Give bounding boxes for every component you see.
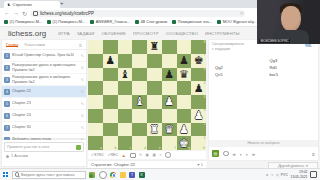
- sync-text: Синхронизировано с ведущим: [212, 42, 244, 51]
- square-h1[interactable]: 1h: [191, 136, 206, 150]
- chapter-row[interactable]: 3Разыгрывание урока в амбициях. Правило …: [2, 74, 86, 86]
- move[interactable]: [209, 56, 264, 63]
- webcam-name-label: МОИСЕЕВ БОРИС: [259, 39, 290, 43]
- comment-bubble-icon[interactable]: [130, 153, 136, 158]
- square-d6[interactable]: [132, 68, 147, 82]
- send-icon[interactable]: [76, 145, 81, 150]
- square-f8[interactable]: [162, 40, 177, 54]
- square-d5[interactable]: [132, 81, 147, 95]
- chapter-number: 5: [4, 101, 10, 107]
- chapter-number: 2: [4, 65, 10, 71]
- square-e6[interactable]: [147, 68, 162, 82]
- chapter-label: Chapter 24: [12, 113, 31, 117]
- likes-badge[interactable]: ♥ 1: [197, 162, 203, 167]
- black-king[interactable]: ♚: [194, 55, 204, 66]
- square-h4[interactable]: 4: [191, 95, 206, 109]
- chapter-list: 1Юный Ориентир Строка. Урок №10✎2Разыгры…: [2, 50, 86, 146]
- square-e8[interactable]: ♜: [147, 40, 162, 54]
- menu-icon[interactable]: ≡: [312, 151, 315, 157]
- chapter-number: 4: [4, 89, 10, 95]
- gear-icon[interactable]: [223, 151, 229, 157]
- prev-move-button[interactable]: ‹: [240, 151, 242, 157]
- square-e1[interactable]: e: [147, 136, 162, 150]
- move-list: Qg3 Qg2 Rd1 Qc5 bxc5: [209, 56, 318, 78]
- square-e3[interactable]: [147, 109, 162, 123]
- edit-pencil-icon[interactable]: ✎: [81, 53, 84, 58]
- square-c3[interactable]: [118, 109, 133, 123]
- webcam-overlay: МОИСЕЕВ БОРИС: [257, 0, 320, 44]
- white-pawn[interactable]: ♟: [164, 96, 174, 107]
- square-f2[interactable]: ♛: [162, 123, 177, 137]
- reload-icon[interactable]: ↻: [139, 153, 142, 157]
- system-tray: ∧ ⌁ ◁ РУС 19:0213.05.2021: [266, 170, 317, 178]
- book-icon[interactable]: ▤: [212, 150, 219, 157]
- rank-coordinate: 7: [204, 54, 206, 57]
- chapter-row[interactable]: 7Chapter 30✎: [2, 122, 86, 134]
- nav-tools[interactable]: ИНСТРУМЕНТЫ: [205, 31, 240, 36]
- bookmark-item[interactable]: МОО Журнал обу...: [217, 20, 256, 24]
- rank-coordinate: 1: [204, 137, 206, 140]
- square-a1[interactable]: a: [88, 136, 103, 150]
- square-b2[interactable]: [103, 123, 118, 137]
- tab-title: Стратегия: [13, 2, 32, 7]
- square-g4[interactable]: [177, 95, 192, 109]
- square-b3[interactable]: [103, 109, 118, 123]
- chat-box: Примите участие в чате 1 Аноним: [2, 140, 86, 166]
- chat-placeholder: Примите участие в чате: [7, 145, 49, 149]
- sheet-icon: [135, 20, 139, 24]
- chat-input[interactable]: Примите участие в чате: [4, 142, 84, 152]
- gear-icon[interactable]: [165, 152, 171, 158]
- tab-members[interactable]: Участники: [24, 42, 45, 47]
- white-pawn[interactable]: ♟: [179, 124, 189, 135]
- teams-icon[interactable]: T: [129, 172, 135, 178]
- cortana-icon[interactable]: [99, 171, 107, 179]
- move[interactable]: Qg3: [264, 56, 319, 63]
- pgn-icon[interactable]: ▣: [146, 153, 149, 157]
- status-bar: Ничего не выбрано: [209, 140, 318, 147]
- lichess-favicon-icon: ♞: [7, 2, 11, 7]
- square-g5[interactable]: [177, 81, 192, 95]
- member-count: 1 Аноним: [6, 154, 82, 158]
- chapter-label: Разыгрывание урока в амбициях. Правило №…: [12, 75, 79, 83]
- taskbar: Введите здесь текст для поиска T X ∧ ⌁ ◁…: [0, 168, 320, 180]
- bookmark-star-icon[interactable]: ☆: [240, 10, 244, 16]
- square-f7[interactable]: [162, 54, 177, 68]
- square-d7[interactable]: [132, 54, 147, 68]
- file-coordinate: d: [144, 147, 146, 150]
- taskbar-search[interactable]: Введите здесь текст для поиска: [12, 171, 86, 179]
- chapter-row[interactable]: 1Юный Ориентир Строка. Урок №10✎: [2, 50, 86, 62]
- square-a2[interactable]: [88, 123, 103, 137]
- square-e2[interactable]: ♜: [147, 123, 162, 137]
- sheet-icon: [217, 20, 221, 24]
- square-b5[interactable]: [103, 81, 118, 95]
- share-icon[interactable]: <: [159, 153, 161, 157]
- square-g1[interactable]: ♚g: [177, 136, 192, 150]
- square-f3[interactable]: [162, 109, 177, 123]
- lichess-logo[interactable]: lichess.org: [8, 29, 46, 38]
- tab-chapters[interactable]: Главы: [6, 42, 18, 47]
- move[interactable]: bxc5: [264, 71, 319, 78]
- chapter-row[interactable]: 2Разыгрывание урока в ориентациях. Прави…: [2, 62, 86, 74]
- browser-tab[interactable]: ♞ Стратегия: [4, 1, 60, 8]
- chapter-number: 7: [4, 125, 10, 131]
- white-king[interactable]: ♚: [179, 138, 189, 149]
- reload-button[interactable]: ↻: [22, 10, 27, 17]
- next-move-button[interactable]: ›: [246, 151, 248, 157]
- square-g7[interactable]: ♟: [177, 54, 192, 68]
- url-text: lichess.org/study/rcwbrcPP: [40, 11, 94, 16]
- black-queen[interactable]: ♛: [179, 69, 189, 80]
- action-center-icon[interactable]: [310, 171, 317, 178]
- square-e5[interactable]: [147, 81, 162, 95]
- study-toolbar: ✓SYNC ✓REC ▲ ↻ ▣ ▦ <: [88, 151, 206, 159]
- square-a4[interactable]: [88, 95, 103, 109]
- file-coordinate: c: [130, 147, 132, 150]
- square-c2[interactable]: [118, 123, 133, 137]
- chapter-number: 6: [4, 113, 10, 119]
- edit-pencil-icon[interactable]: ✎: [81, 101, 84, 106]
- square-b1[interactable]: b: [103, 136, 118, 150]
- first-move-button[interactable]: «: [233, 151, 236, 157]
- file-coordinate: a: [100, 147, 102, 150]
- square-d4[interactable]: ♝: [132, 95, 147, 109]
- network-icon[interactable]: ⌁: [271, 173, 273, 177]
- square-h5[interactable]: ♟5: [191, 81, 206, 95]
- file-coordinate: h: [203, 147, 205, 150]
- file-coordinate: g: [189, 147, 191, 150]
- black-pawn[interactable]: ♟: [179, 55, 189, 66]
- playback-controls: ▤ « ‹ › » ≡: [209, 148, 318, 159]
- move[interactable]: Qc5: [209, 71, 264, 78]
- move[interactable]: Rd1: [264, 64, 319, 71]
- square-a3[interactable]: [88, 109, 103, 123]
- language-indicator[interactable]: РУС: [281, 173, 288, 177]
- board-editor-icon[interactable]: ▦: [153, 153, 156, 157]
- square-a6[interactable]: [88, 68, 103, 82]
- edit-pencil-icon[interactable]: ✎: [81, 77, 84, 82]
- square-e4[interactable]: [147, 95, 162, 109]
- chapter-label: Разыгрывание урока в ориентациях. Правил…: [12, 63, 79, 71]
- main-nav: ИГРА ЗАДАЧИ ОБУЧЕНИЕ ПРОСМОТР СООБЩЕСТВО…: [58, 31, 239, 36]
- rank-coordinate: 4: [204, 96, 206, 99]
- square-a7[interactable]: [88, 54, 103, 68]
- rank-coordinate: 2: [204, 123, 206, 126]
- square-f5[interactable]: [162, 81, 177, 95]
- square-h3[interactable]: ♟3: [191, 109, 206, 123]
- black-pawn[interactable]: ♟: [105, 55, 115, 66]
- square-g3[interactable]: [177, 109, 192, 123]
- edit-pencil-icon[interactable]: ✎: [81, 113, 84, 118]
- file-coordinate: b: [115, 147, 117, 150]
- explorer-icon[interactable]: [120, 172, 126, 178]
- file-coordinate: f: [175, 147, 176, 150]
- file-coordinate: e: [159, 147, 161, 150]
- study-title-bar: Стратегия: Chapter 22 ♥ 1: [88, 160, 206, 168]
- address-bar[interactable]: lichess.org/study/rcwbrcPP: [30, 10, 245, 17]
- heart-icon: ♥: [197, 162, 199, 167]
- bookmark-item[interactable]: (1) Позиционн-М...: [47, 20, 85, 24]
- back-button[interactable]: ←: [4, 10, 10, 16]
- square-d8[interactable]: [132, 40, 147, 54]
- square-a5[interactable]: [88, 81, 103, 95]
- last-move-button[interactable]: »: [252, 151, 255, 157]
- sync-toggle[interactable]: ✓SYNC: [91, 153, 104, 157]
- bookmark-item[interactable]: Позиционные зна...: [172, 20, 212, 24]
- square-g2[interactable]: ♟: [177, 123, 192, 137]
- excel-icon[interactable]: X: [139, 172, 145, 178]
- black-pawn[interactable]: ♟: [164, 69, 174, 80]
- square-g6[interactable]: ♛: [177, 68, 192, 82]
- chapter-row[interactable]: 6Chapter 24✎: [2, 110, 86, 122]
- black-rook[interactable]: ♜: [149, 41, 159, 52]
- taskbar-clock[interactable]: 19:0213.05.2021: [291, 170, 308, 178]
- chapters-sidebar: Главы Участники ≡ 1Юный Ориентир Строка.…: [2, 40, 86, 138]
- square-h7[interactable]: ♚7: [191, 54, 206, 68]
- square-c4[interactable]: [118, 95, 133, 109]
- square-h2[interactable]: 2: [191, 123, 206, 137]
- tray-chevron-icon[interactable]: ∧: [266, 173, 269, 177]
- lock-icon: [33, 11, 38, 16]
- square-e7[interactable]: [147, 54, 162, 68]
- chapter-label: Юный Ориентир Строка. Урок №10: [12, 53, 74, 57]
- square-d3[interactable]: [132, 109, 147, 123]
- chapter-label: Chapter 23: [12, 101, 31, 105]
- edit-pencil-icon[interactable]: ✎: [81, 89, 84, 94]
- sheet-icon: [4, 20, 8, 24]
- volume-icon[interactable]: ◁: [276, 173, 279, 177]
- chapter-row[interactable]: 4Chapter 22✎: [2, 86, 86, 98]
- sheet-icon: [172, 20, 176, 24]
- white-bishop[interactable]: ♝: [135, 96, 145, 107]
- square-c7[interactable]: [118, 54, 133, 68]
- square-b6[interactable]: [103, 68, 118, 82]
- windows-start-button[interactable]: [3, 172, 8, 177]
- person-face: [281, 6, 301, 31]
- edit-pencil-icon[interactable]: ✎: [81, 65, 84, 70]
- rank-coordinate: 5: [204, 82, 206, 85]
- black-pawn[interactable]: ♟: [194, 83, 204, 94]
- square-b4[interactable]: [103, 95, 118, 109]
- chess-board[interactable]: ♜8♟♟♚7♝♟♛6♟5♝♟4♟3♜♛♟2abcdef♚g1h: [88, 40, 206, 150]
- edit-pencil-icon[interactable]: ✎: [81, 125, 84, 130]
- square-c1[interactable]: c: [118, 136, 133, 150]
- move[interactable]: Qg2: [209, 64, 264, 71]
- square-c5[interactable]: [118, 81, 133, 95]
- square-c6[interactable]: ♝: [118, 68, 133, 82]
- sheet-icon: [47, 20, 51, 24]
- sidebar-tabs: Главы Участники ≡: [2, 40, 86, 50]
- square-a8[interactable]: [88, 40, 103, 54]
- square-d1[interactable]: d: [132, 136, 147, 150]
- rank-coordinate: 6: [204, 68, 206, 71]
- weather-widget-icon[interactable]: [89, 172, 95, 178]
- chapter-number: 3: [4, 77, 10, 83]
- search-icon: [15, 172, 20, 177]
- square-b7[interactable]: ♟: [103, 54, 118, 68]
- square-h6[interactable]: 6: [191, 68, 206, 82]
- nav-puzzles[interactable]: ЗАДАЧИ: [77, 31, 95, 36]
- white-queen[interactable]: ♛: [164, 124, 174, 135]
- chapter-label: Chapter 30: [12, 125, 31, 129]
- forward-button[interactable]: →: [13, 10, 19, 16]
- hamburger-icon[interactable]: ≡: [79, 42, 82, 48]
- square-b8[interactable]: [103, 40, 118, 54]
- chapter-row[interactable]: 5Chapter 23✎: [2, 98, 86, 110]
- nav-play[interactable]: ИГРА: [58, 31, 69, 36]
- white-rook[interactable]: ♜: [149, 124, 159, 135]
- flame-icon[interactable]: ▲: [122, 153, 126, 158]
- square-c8[interactable]: [118, 40, 133, 54]
- chapter-number: 1: [4, 53, 10, 59]
- new-tab-button[interactable]: +: [60, 0, 64, 6]
- square-f6[interactable]: ♟: [162, 68, 177, 82]
- bookmark-item[interactable]: 4В Стак уроков: [135, 20, 167, 24]
- white-pawn[interactable]: ♟: [194, 110, 204, 121]
- square-d2[interactable]: [132, 123, 147, 137]
- black-bishop[interactable]: ♝: [120, 69, 130, 80]
- square-f4[interactable]: ♟: [162, 95, 177, 109]
- bookmark-item[interactable]: ANSWER_Главна...: [90, 20, 130, 24]
- nav-watch[interactable]: ПРОСМОТР: [133, 31, 159, 36]
- rec-toggle[interactable]: ✓REC: [108, 153, 119, 157]
- square-h8[interactable]: 8: [191, 40, 206, 54]
- square-f1[interactable]: f: [162, 136, 177, 150]
- nav-community[interactable]: СООБЩЕСТВО: [166, 31, 198, 36]
- bookmark-item[interactable]: (1) Позиционн-М...: [4, 20, 42, 24]
- rank-coordinate: 8: [204, 41, 206, 44]
- analysis-panel: Синхронизировано с ведущим Qg3 Qg2 Rd1 Q…: [209, 40, 318, 160]
- study-title: Стратегия: Chapter 22: [91, 162, 135, 167]
- sheet-icon: [90, 20, 94, 24]
- rank-coordinate: 3: [204, 109, 206, 112]
- user-icon: [6, 155, 9, 158]
- chapter-label: Chapter 22: [12, 89, 31, 93]
- square-g8[interactable]: [177, 40, 192, 54]
- chrome-icon[interactable]: [110, 172, 116, 178]
- nav-learn[interactable]: ОБУЧЕНИЕ: [101, 31, 126, 36]
